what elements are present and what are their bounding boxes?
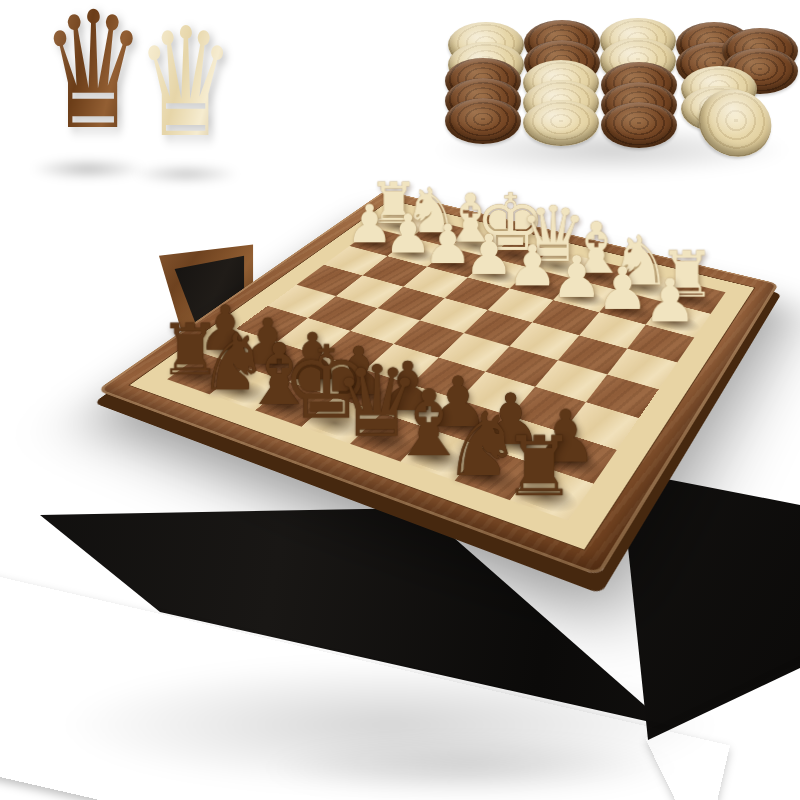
checker-disc-light — [523, 100, 599, 146]
showcase-light-queen: ♛ — [136, 7, 235, 158]
piece-white-pawn: ♟ — [644, 270, 698, 330]
piece-black-rook: ♜ — [503, 426, 577, 509]
product-photo: ♜♞♝♚♛♝♞♜♟♟♟♟♟♟♟♟♟♟♟♟♟♟♟♟♜♞♝♚♛♝♞♜ ♛ ♛ — [0, 0, 800, 800]
showcase-dark-queen: ♛ — [41, 0, 146, 152]
checkers-stacks — [440, 0, 800, 185]
checker-stack-light — [523, 60, 599, 146]
checker-disc-dark — [601, 102, 677, 148]
checker-disc-dark — [445, 98, 521, 144]
piece-white-pawn: ♟ — [551, 248, 603, 306]
checker-stack-dark — [601, 62, 677, 148]
piece-white-pawn: ♟ — [597, 259, 650, 318]
checker-stack-dark — [445, 58, 521, 144]
